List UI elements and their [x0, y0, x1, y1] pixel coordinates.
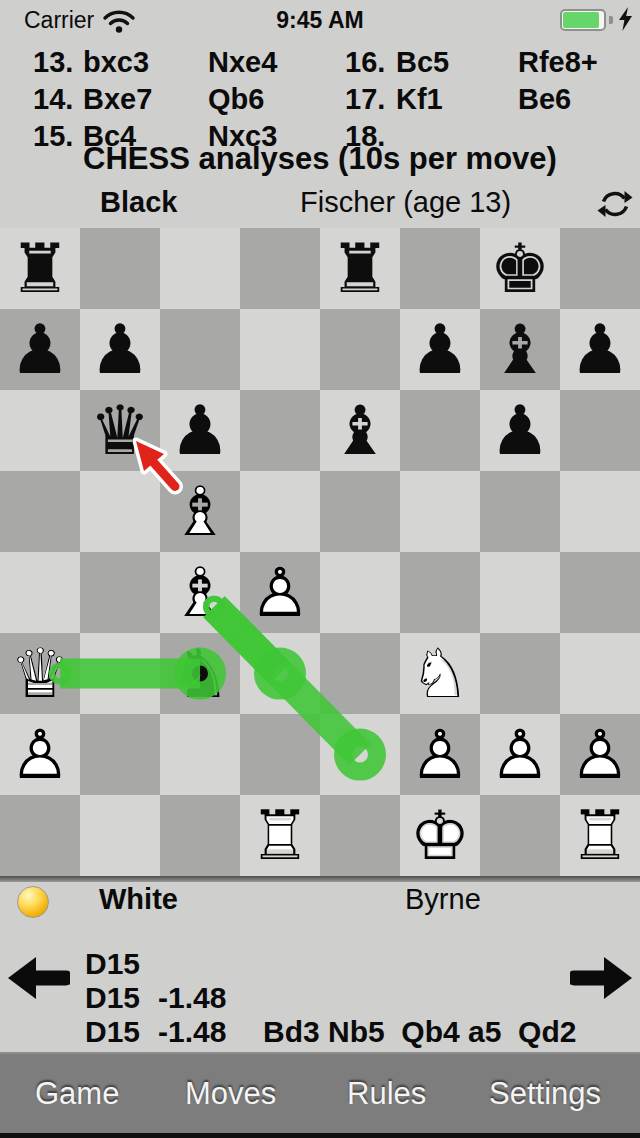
- square-c7[interactable]: [160, 309, 240, 390]
- square-b5[interactable]: [80, 471, 160, 552]
- bottom-toolbar: Game Moves Rules Settings: [0, 1052, 640, 1133]
- square-d4[interactable]: ♟♙: [240, 552, 320, 633]
- piece-white-rook: ♜: [240, 795, 320, 876]
- square-f5[interactable]: [400, 471, 480, 552]
- square-e5[interactable]: [320, 471, 400, 552]
- square-h4[interactable]: [560, 552, 640, 633]
- square-h6[interactable]: [560, 390, 640, 471]
- square-g4[interactable]: [480, 552, 560, 633]
- tab-game[interactable]: Game: [35, 1076, 119, 1112]
- piece-black-bishop: ♝: [320, 390, 400, 471]
- square-g6[interactable]: ♟: [480, 390, 560, 471]
- square-h2[interactable]: ♟♙: [560, 714, 640, 795]
- square-d1[interactable]: ♜♖: [240, 795, 320, 876]
- piece-black-rook: ♜: [320, 228, 400, 309]
- move-number: 17.: [345, 81, 385, 118]
- square-a3[interactable]: ♛♕: [0, 633, 80, 714]
- square-b8[interactable]: [80, 228, 160, 309]
- move-number: 16.: [345, 44, 385, 81]
- piece-white-knight: ♞: [400, 633, 480, 714]
- engine-line: D15 -1.48 Bd3 Nb5 Qb4 a5 Qd2: [0, 913, 640, 947]
- piece-white-pawn: ♟: [240, 552, 320, 633]
- white-side-label: White: [99, 883, 178, 916]
- move-black: Be6: [518, 81, 571, 118]
- engine-depth: D15: [85, 1015, 140, 1049]
- square-f3[interactable]: ♞♘: [400, 633, 480, 714]
- piece-black-bishop: ♝: [480, 309, 560, 390]
- engine-line: D15 -1.48 Qxc3 Qxc5 dxc5 Bxc3: [0, 947, 640, 981]
- square-d8[interactable]: [240, 228, 320, 309]
- piece-white-rook: ♜: [560, 795, 640, 876]
- square-e4[interactable]: [320, 552, 400, 633]
- battery-fill: [563, 12, 599, 28]
- piece-white-rook-outline: ♖: [560, 795, 640, 876]
- screen-bottom-strip: [0, 1133, 640, 1138]
- piece-white-pawn: ♟: [560, 714, 640, 795]
- square-f2[interactable]: ♟♙: [400, 714, 480, 795]
- square-a4[interactable]: [0, 552, 80, 633]
- chess-board[interactable]: ♜♜♚♟♟♟♝♟♛♟♝♟♝♗♝♗♟♙♛♕♞♞♘♟♙♟♙♟♙♟♙♜♖♚♔♜♖: [0, 228, 640, 876]
- square-f1[interactable]: ♚♔: [400, 795, 480, 876]
- square-c1[interactable]: [160, 795, 240, 876]
- square-b4[interactable]: [80, 552, 160, 633]
- piece-black-knight: ♞: [160, 633, 240, 714]
- square-d7[interactable]: [240, 309, 320, 390]
- square-a7[interactable]: ♟: [0, 309, 80, 390]
- square-h5[interactable]: [560, 471, 640, 552]
- move-number: 14.: [33, 81, 73, 118]
- square-b6[interactable]: ♛: [80, 390, 160, 471]
- piece-black-pawn: ♟: [400, 309, 480, 390]
- square-a5[interactable]: [0, 471, 80, 552]
- flip-board-button[interactable]: [596, 186, 634, 222]
- square-h3[interactable]: [560, 633, 640, 714]
- piece-black-pawn: ♟: [160, 390, 240, 471]
- piece-white-bishop-outline: ♗: [160, 552, 240, 633]
- tab-moves[interactable]: Moves: [185, 1076, 276, 1112]
- square-d2[interactable]: [240, 714, 320, 795]
- piece-white-pawn-outline: ♙: [240, 552, 320, 633]
- analysis-panel: White Byrne D15 -1.48 Bd3 Nb5 Qb4 a5 Qd2…: [0, 882, 640, 1052]
- square-d5[interactable]: [240, 471, 320, 552]
- square-c6[interactable]: ♟: [160, 390, 240, 471]
- engine-moves: Bd3 Nb5 Qb4 a5 Qd2: [263, 1015, 576, 1049]
- square-b3[interactable]: [80, 633, 160, 714]
- engine-line: D15 -1.56 Be2 Nb5 Qb4 a5 Qd2: [0, 981, 640, 1015]
- black-side-label: Black: [100, 186, 177, 219]
- square-c4[interactable]: ♝♗: [160, 552, 240, 633]
- square-d3[interactable]: [240, 633, 320, 714]
- move-white: Bxe7: [83, 81, 152, 118]
- page-title: CHESS analyses (10s per move): [0, 141, 640, 177]
- top-player-row: Black Fischer (age 13): [0, 186, 640, 224]
- move-white: Kf1: [396, 81, 443, 118]
- square-a2[interactable]: ♟♙: [0, 714, 80, 795]
- square-f8[interactable]: [400, 228, 480, 309]
- next-move-button[interactable]: [570, 948, 634, 1008]
- piece-white-rook-outline: ♖: [240, 795, 320, 876]
- tab-settings[interactable]: Settings: [489, 1076, 601, 1112]
- square-f7[interactable]: ♟: [400, 309, 480, 390]
- white-player-name: Byrne: [405, 883, 481, 916]
- battery-tip: [609, 16, 613, 24]
- piece-white-bishop: ♝: [160, 471, 240, 552]
- move-black: Rfe8+: [518, 44, 598, 81]
- piece-white-pawn-outline: ♙: [480, 714, 560, 795]
- square-a1[interactable]: [0, 795, 80, 876]
- move-black: Nxe4: [208, 44, 277, 81]
- square-e6[interactable]: ♝: [320, 390, 400, 471]
- status-bar: Carrier 9:45 AM: [0, 0, 640, 40]
- battery-icon: [560, 9, 606, 31]
- square-f6[interactable]: [400, 390, 480, 471]
- clock-time: 9:45 AM: [0, 7, 640, 34]
- square-g1[interactable]: [480, 795, 560, 876]
- square-g8[interactable]: ♚: [480, 228, 560, 309]
- square-e2[interactable]: [320, 714, 400, 795]
- move-row: 13. bxc3 Nxe4 16. Bc5 Rfe8+: [0, 44, 640, 81]
- square-c8[interactable]: [160, 228, 240, 309]
- square-c3[interactable]: ♞: [160, 633, 240, 714]
- piece-black-king: ♚: [480, 228, 560, 309]
- piece-black-rook: ♜: [0, 228, 80, 309]
- piece-white-bishop: ♝: [160, 552, 240, 633]
- square-g7[interactable]: ♝: [480, 309, 560, 390]
- tab-rules[interactable]: Rules: [347, 1076, 426, 1112]
- square-e7[interactable]: [320, 309, 400, 390]
- black-player-name: Fischer (age 13): [300, 186, 511, 219]
- square-g2[interactable]: ♟♙: [480, 714, 560, 795]
- square-h8[interactable]: [560, 228, 640, 309]
- piece-white-king-outline: ♔: [400, 795, 480, 876]
- piece-white-pawn: ♟: [400, 714, 480, 795]
- piece-black-pawn: ♟: [560, 309, 640, 390]
- piece-white-pawn-outline: ♙: [0, 714, 80, 795]
- square-a8[interactable]: ♜: [0, 228, 80, 309]
- piece-black-pawn: ♟: [480, 390, 560, 471]
- square-c5[interactable]: ♝♗: [160, 471, 240, 552]
- square-e8[interactable]: ♜: [320, 228, 400, 309]
- square-d6[interactable]: [240, 390, 320, 471]
- board-grid[interactable]: ♜♜♚♟♟♟♝♟♛♟♝♟♝♗♝♗♟♙♛♕♞♞♘♟♙♟♙♟♙♟♙♜♖♚♔♜♖: [0, 228, 640, 876]
- square-e3[interactable]: [320, 633, 400, 714]
- piece-white-queen: ♛: [0, 633, 80, 714]
- square-h7[interactable]: ♟: [560, 309, 640, 390]
- piece-white-pawn: ♟: [0, 714, 80, 795]
- square-c2[interactable]: [160, 714, 240, 795]
- move-white: Bc5: [396, 44, 449, 81]
- square-g5[interactable]: [480, 471, 560, 552]
- piece-black-pawn: ♟: [80, 309, 160, 390]
- square-f4[interactable]: [400, 552, 480, 633]
- square-e1[interactable]: [320, 795, 400, 876]
- previous-move-button[interactable]: [6, 948, 70, 1008]
- piece-white-king: ♚: [400, 795, 480, 876]
- square-b7[interactable]: ♟: [80, 309, 160, 390]
- engine-eval: -1.48: [158, 1015, 226, 1049]
- piece-white-knight-outline: ♘: [400, 633, 480, 714]
- piece-white-bishop-outline: ♗: [160, 471, 240, 552]
- move-list: 13. bxc3 Nxe4 16. Bc5 Rfe8+ 14. Bxe7 Qb6…: [0, 44, 640, 156]
- piece-white-pawn: ♟: [480, 714, 560, 795]
- square-a6[interactable]: [0, 390, 80, 471]
- charging-bolt-icon: [617, 6, 634, 37]
- move-number: 13.: [33, 44, 73, 81]
- piece-white-pawn-outline: ♙: [400, 714, 480, 795]
- move-row: 14. Bxe7 Qb6 17. Kf1 Be6: [0, 81, 640, 118]
- square-b2[interactable]: [80, 714, 160, 795]
- square-b1[interactable]: [80, 795, 160, 876]
- square-g3[interactable]: [480, 633, 560, 714]
- piece-black-pawn: ♟: [0, 309, 80, 390]
- square-h1[interactable]: ♜♖: [560, 795, 640, 876]
- piece-white-pawn-outline: ♙: [560, 714, 640, 795]
- move-white: bxc3: [83, 44, 149, 81]
- piece-white-queen-outline: ♕: [0, 633, 80, 714]
- move-black: Qb6: [208, 81, 264, 118]
- piece-black-queen: ♛: [80, 390, 160, 471]
